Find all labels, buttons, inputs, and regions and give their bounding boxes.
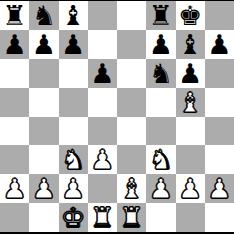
piece-white-pawn[interactable]: ♟ bbox=[61, 175, 85, 202]
square-a2[interactable]: ♟ bbox=[0, 174, 29, 203]
piece-black-rook[interactable]: ♜ bbox=[3, 2, 27, 29]
square-c8[interactable]: ♝ bbox=[59, 1, 88, 30]
square-g5[interactable]: ♝ bbox=[176, 88, 205, 117]
square-b2[interactable]: ♟ bbox=[29, 174, 58, 203]
piece-white-rook[interactable]: ♜ bbox=[120, 204, 144, 231]
square-g1[interactable] bbox=[176, 203, 205, 232]
square-f1[interactable] bbox=[146, 203, 175, 232]
square-g8[interactable]: ♚ bbox=[176, 1, 205, 30]
piece-white-bishop[interactable]: ♝ bbox=[178, 89, 202, 116]
square-b7[interactable]: ♟ bbox=[29, 30, 58, 59]
square-b4[interactable] bbox=[29, 117, 58, 146]
square-b3[interactable] bbox=[29, 145, 58, 174]
square-h8[interactable] bbox=[205, 1, 234, 30]
square-f8[interactable]: ♜ bbox=[146, 1, 175, 30]
square-d4[interactable] bbox=[88, 117, 117, 146]
square-b5[interactable] bbox=[29, 88, 58, 117]
piece-black-pawn[interactable]: ♟ bbox=[207, 31, 231, 58]
square-c2[interactable]: ♟ bbox=[59, 174, 88, 203]
square-e2[interactable]: ♝ bbox=[117, 174, 146, 203]
piece-black-bishop[interactable]: ♝ bbox=[61, 2, 85, 29]
square-a4[interactable] bbox=[0, 117, 29, 146]
piece-black-pawn[interactable]: ♟ bbox=[90, 60, 114, 87]
square-e8[interactable] bbox=[117, 1, 146, 30]
square-d8[interactable] bbox=[88, 1, 117, 30]
square-d1[interactable]: ♜ bbox=[88, 203, 117, 232]
piece-white-pawn[interactable]: ♟ bbox=[149, 175, 173, 202]
piece-white-pawn[interactable]: ♟ bbox=[32, 175, 56, 202]
square-f4[interactable] bbox=[146, 117, 175, 146]
square-d7[interactable] bbox=[88, 30, 117, 59]
square-c3[interactable]: ♞ bbox=[59, 145, 88, 174]
square-a8[interactable]: ♜ bbox=[0, 1, 29, 30]
square-g7[interactable]: ♝ bbox=[176, 30, 205, 59]
square-h2[interactable]: ♟ bbox=[205, 174, 234, 203]
piece-black-pawn[interactable]: ♟ bbox=[3, 31, 27, 58]
square-h3[interactable] bbox=[205, 145, 234, 174]
square-c4[interactable] bbox=[59, 117, 88, 146]
square-a7[interactable]: ♟ bbox=[0, 30, 29, 59]
piece-black-bishop[interactable]: ♝ bbox=[178, 31, 202, 58]
square-e6[interactable] bbox=[117, 59, 146, 88]
square-h1[interactable] bbox=[205, 203, 234, 232]
piece-black-knight[interactable]: ♞ bbox=[149, 60, 173, 87]
square-b6[interactable] bbox=[29, 59, 58, 88]
piece-black-rook[interactable]: ♜ bbox=[149, 2, 173, 29]
piece-black-pawn[interactable]: ♟ bbox=[149, 31, 173, 58]
square-f2[interactable]: ♟ bbox=[146, 174, 175, 203]
square-c6[interactable] bbox=[59, 59, 88, 88]
square-a3[interactable] bbox=[0, 145, 29, 174]
piece-black-pawn[interactable]: ♟ bbox=[61, 31, 85, 58]
piece-white-pawn[interactable]: ♟ bbox=[178, 175, 202, 202]
piece-white-rook[interactable]: ♜ bbox=[90, 204, 114, 231]
piece-black-pawn[interactable]: ♟ bbox=[32, 31, 56, 58]
piece-black-knight[interactable]: ♞ bbox=[32, 2, 56, 29]
square-d5[interactable] bbox=[88, 88, 117, 117]
square-f7[interactable]: ♟ bbox=[146, 30, 175, 59]
square-g4[interactable] bbox=[176, 117, 205, 146]
square-a1[interactable] bbox=[0, 203, 29, 232]
square-b8[interactable]: ♞ bbox=[29, 1, 58, 30]
piece-white-bishop[interactable]: ♝ bbox=[120, 175, 144, 202]
square-g2[interactable]: ♟ bbox=[176, 174, 205, 203]
piece-white-knight[interactable]: ♞ bbox=[61, 146, 85, 173]
square-d3[interactable]: ♟ bbox=[88, 145, 117, 174]
square-h7[interactable]: ♟ bbox=[205, 30, 234, 59]
piece-white-king[interactable]: ♚ bbox=[61, 204, 85, 231]
square-e5[interactable] bbox=[117, 88, 146, 117]
square-h6[interactable] bbox=[205, 59, 234, 88]
square-h4[interactable] bbox=[205, 117, 234, 146]
square-f5[interactable] bbox=[146, 88, 175, 117]
square-h5[interactable] bbox=[205, 88, 234, 117]
square-f6[interactable]: ♞ bbox=[146, 59, 175, 88]
square-e7[interactable] bbox=[117, 30, 146, 59]
square-g3[interactable] bbox=[176, 145, 205, 174]
square-c1[interactable]: ♚ bbox=[59, 203, 88, 232]
square-a5[interactable] bbox=[0, 88, 29, 117]
piece-black-king[interactable]: ♚ bbox=[178, 2, 202, 29]
square-e3[interactable] bbox=[117, 145, 146, 174]
square-d2[interactable] bbox=[88, 174, 117, 203]
square-b1[interactable] bbox=[29, 203, 58, 232]
square-f3[interactable]: ♞ bbox=[146, 145, 175, 174]
square-e1[interactable]: ♜ bbox=[117, 203, 146, 232]
square-c5[interactable] bbox=[59, 88, 88, 117]
chess-diagram: ♜♞♝♜♚♟♟♟♟♝♟♟♞♟♝♞♟♞♟♟♟♝♟♟♟♚♜♜ bbox=[0, 0, 234, 234]
piece-black-pawn[interactable]: ♟ bbox=[178, 60, 202, 87]
square-c7[interactable]: ♟ bbox=[59, 30, 88, 59]
square-a6[interactable] bbox=[0, 59, 29, 88]
square-d6[interactable]: ♟ bbox=[88, 59, 117, 88]
piece-white-pawn[interactable]: ♟ bbox=[3, 175, 27, 202]
square-g6[interactable]: ♟ bbox=[176, 59, 205, 88]
piece-white-pawn[interactable]: ♟ bbox=[90, 146, 114, 173]
square-e4[interactable] bbox=[117, 117, 146, 146]
chess-board: ♜♞♝♜♚♟♟♟♟♝♟♟♞♟♝♞♟♞♟♟♟♝♟♟♟♚♜♜ bbox=[0, 0, 234, 234]
piece-white-knight[interactable]: ♞ bbox=[149, 146, 173, 173]
piece-white-pawn[interactable]: ♟ bbox=[207, 175, 231, 202]
